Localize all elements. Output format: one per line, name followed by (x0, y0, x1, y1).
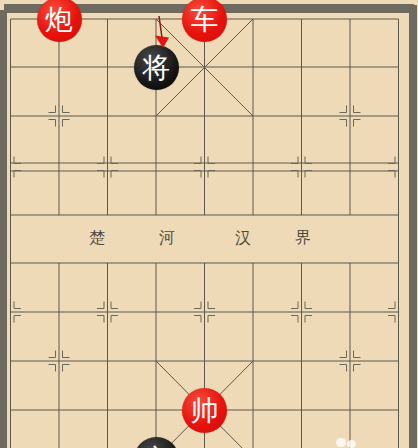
board-frame-right (409, 4, 417, 448)
river-label-jie: 界 (295, 228, 311, 249)
river-label-he: 河 (159, 228, 175, 249)
frame-corner-notch (414, 0, 418, 5)
piece-glyph: 炮 (45, 0, 73, 42)
river-label-chu: 楚 (89, 228, 105, 249)
piece-glyph: 帅 (191, 388, 219, 433)
piece-red-chariot[interactable]: 车 (182, 0, 227, 42)
watermark-smudge (347, 440, 356, 448)
piece-glyph: 车 (191, 0, 219, 42)
piece-glyph: 将 (142, 45, 170, 90)
board-grid (0, 0, 418, 448)
river-label-han: 汉 (235, 228, 251, 249)
piece-red-cannon[interactable]: 炮 (37, 0, 82, 42)
piece-red-general[interactable]: 帅 (182, 388, 227, 433)
watermark-smudge (336, 438, 346, 447)
board-frame-left (0, 10, 7, 448)
piece-black-general[interactable]: 将 (134, 45, 179, 90)
xiangqi-board[interactable]: 楚 河 汉 界 炮车将帅卒 (0, 0, 418, 448)
piece-glyph: 卒 (142, 437, 170, 448)
